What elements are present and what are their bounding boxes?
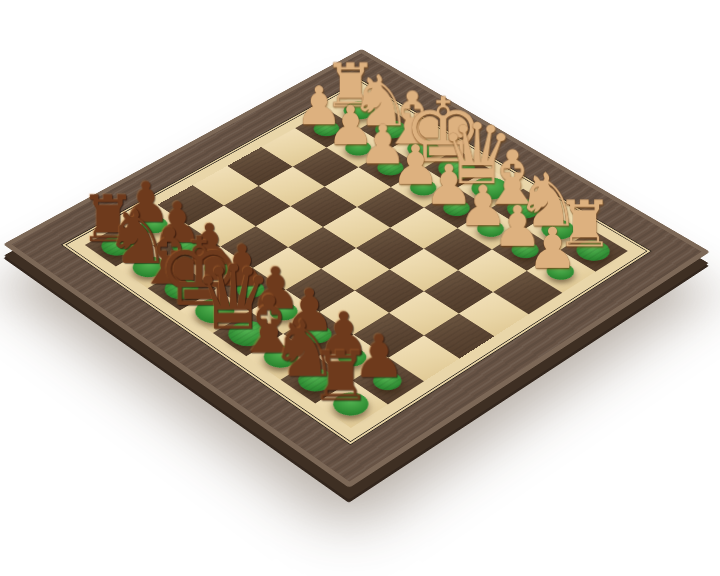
chess-board: ♜♞♝♚♛♝♞♜♟♟♟♟♟♟♟♟♟♟♟♟♟♟♟♟♜♞♝♚♛♝♞♜ — [3, 49, 710, 488]
board-grid: ♜♞♝♚♛♝♞♜♟♟♟♟♟♟♟♟♟♟♟♟♟♟♟♟♜♞♝♚♛♝♞♜ — [85, 92, 628, 428]
product-photo-canvas: ♜♞♝♚♛♝♞♜♟♟♟♟♟♟♟♟♟♟♟♟♟♟♟♟♜♞♝♚♛♝♞♜ — [0, 0, 720, 576]
piece-white-pawn: ♟ — [492, 220, 613, 277]
piece-black-rook: ♜ — [277, 342, 405, 410]
